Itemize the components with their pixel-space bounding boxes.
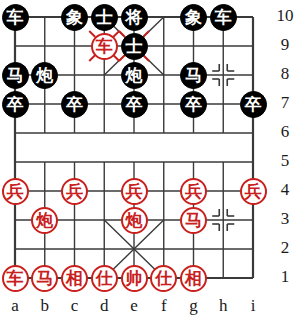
file-label-i: i xyxy=(244,296,262,316)
file-label-d: d xyxy=(95,296,113,316)
rank-label-9: 9 xyxy=(270,35,300,55)
piece-red-soldier[interactable]: 兵 xyxy=(2,178,29,205)
piece-red-chariot[interactable]: 车 xyxy=(91,33,118,60)
piece-black-soldier[interactable]: 卒 xyxy=(240,91,267,118)
rank-label-4: 4 xyxy=(270,180,300,200)
file-label-g: g xyxy=(185,296,203,316)
piece-red-soldier[interactable]: 兵 xyxy=(61,178,88,205)
piece-black-soldier[interactable]: 卒 xyxy=(180,91,207,118)
piece-red-horse[interactable]: 马 xyxy=(180,207,207,234)
xiangqi-board: 车象士将象车车士马炮炮马卒卒卒卒卒兵兵兵兵兵炮炮马车马相仕帅仕相 abcdefg… xyxy=(0,0,300,324)
piece-red-horse[interactable]: 马 xyxy=(31,265,58,292)
rank-label-5: 5 xyxy=(270,151,300,171)
file-label-a: a xyxy=(6,296,24,316)
piece-black-general[interactable]: 将 xyxy=(121,4,148,31)
piece-red-advisor[interactable]: 仕 xyxy=(150,265,177,292)
file-label-b: b xyxy=(36,296,54,316)
rank-label-2: 2 xyxy=(270,238,300,258)
piece-black-soldier[interactable]: 卒 xyxy=(61,91,88,118)
piece-red-cannon[interactable]: 炮 xyxy=(121,207,148,234)
piece-black-elephant[interactable]: 象 xyxy=(180,4,207,31)
piece-black-chariot[interactable]: 车 xyxy=(210,4,237,31)
file-label-e: e xyxy=(125,296,143,316)
piece-red-chariot[interactable]: 车 xyxy=(2,265,29,292)
rank-label-10: 10 xyxy=(270,6,300,26)
rank-label-1: 1 xyxy=(270,267,300,287)
piece-black-advisor[interactable]: 士 xyxy=(91,4,118,31)
file-label-h: h xyxy=(214,296,232,316)
piece-red-elephant[interactable]: 相 xyxy=(61,265,88,292)
piece-black-soldier[interactable]: 卒 xyxy=(121,91,148,118)
piece-black-cannon[interactable]: 炮 xyxy=(31,62,58,89)
piece-black-elephant[interactable]: 象 xyxy=(61,4,88,31)
file-label-c: c xyxy=(66,296,84,316)
piece-black-advisor[interactable]: 士 xyxy=(121,33,148,60)
piece-red-general[interactable]: 帅 xyxy=(121,265,148,292)
piece-black-cannon[interactable]: 炮 xyxy=(121,62,148,89)
piece-red-elephant[interactable]: 相 xyxy=(180,265,207,292)
piece-red-cannon[interactable]: 炮 xyxy=(31,207,58,234)
piece-red-soldier[interactable]: 兵 xyxy=(240,178,267,205)
piece-red-soldier[interactable]: 兵 xyxy=(180,178,207,205)
file-label-f: f xyxy=(155,296,173,316)
rank-label-8: 8 xyxy=(270,64,300,84)
rank-label-7: 7 xyxy=(270,93,300,113)
piece-red-soldier[interactable]: 兵 xyxy=(121,178,148,205)
piece-black-horse[interactable]: 马 xyxy=(180,62,207,89)
piece-black-chariot[interactable]: 车 xyxy=(2,4,29,31)
rank-label-6: 6 xyxy=(270,122,300,142)
piece-black-horse[interactable]: 马 xyxy=(2,62,29,89)
piece-red-advisor[interactable]: 仕 xyxy=(91,265,118,292)
rank-label-3: 3 xyxy=(270,209,300,229)
piece-black-soldier[interactable]: 卒 xyxy=(2,91,29,118)
